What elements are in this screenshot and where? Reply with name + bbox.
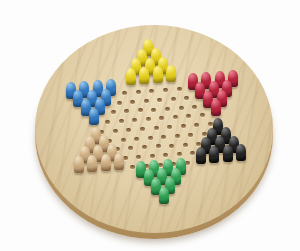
hole-empty[interactable] [134, 137, 139, 141]
hole-empty[interactable] [194, 123, 199, 127]
hole-empty[interactable] [150, 154, 155, 158]
hole-empty[interactable] [167, 125, 172, 129]
hole-empty[interactable] [126, 128, 131, 132]
hole-empty[interactable] [149, 89, 154, 93]
hole-empty[interactable] [124, 109, 129, 113]
hole-empty[interactable] [136, 155, 141, 159]
peg-natural[interactable] [74, 156, 84, 173]
hole-empty[interactable] [192, 105, 197, 109]
hole-empty[interactable] [130, 165, 135, 169]
hole-empty[interactable] [119, 119, 124, 123]
hole-empty[interactable] [190, 151, 195, 155]
hole-empty[interactable] [154, 126, 159, 130]
hole-empty[interactable] [136, 90, 141, 94]
hole-empty[interactable] [186, 114, 191, 118]
hole-empty[interactable] [175, 134, 180, 138]
hole-empty[interactable] [165, 107, 170, 111]
hole-empty[interactable] [181, 124, 186, 128]
hole-empty[interactable] [148, 136, 153, 140]
peg-black[interactable] [196, 147, 206, 164]
hole-empty[interactable] [156, 144, 161, 148]
hole-empty[interactable] [179, 106, 184, 110]
hole-empty[interactable] [138, 108, 143, 112]
hole-empty[interactable] [121, 138, 126, 142]
hole-empty[interactable] [113, 129, 118, 133]
hole-empty[interactable] [117, 101, 122, 105]
peg-yellow[interactable] [153, 66, 163, 83]
peg-red[interactable] [211, 99, 221, 116]
peg-black[interactable] [223, 145, 233, 162]
peg-blue[interactable] [89, 108, 99, 125]
hole-empty[interactable] [151, 108, 156, 112]
hole-empty[interactable] [169, 144, 174, 148]
peg-natural[interactable] [87, 155, 97, 172]
peg-natural[interactable] [101, 154, 111, 171]
hole-empty[interactable] [177, 87, 182, 91]
peg-green[interactable] [159, 187, 169, 204]
hole-empty[interactable] [184, 96, 189, 100]
hole-empty[interactable] [171, 97, 176, 101]
hole-empty[interactable] [202, 132, 207, 136]
hole-empty[interactable] [161, 135, 166, 139]
hole-empty[interactable] [183, 143, 188, 147]
hole-empty[interactable] [188, 133, 193, 137]
hole-empty[interactable] [163, 153, 168, 157]
peg-yellow[interactable] [166, 65, 176, 82]
hole-empty[interactable] [208, 122, 213, 126]
peg-natural[interactable] [114, 153, 124, 170]
peg-yellow[interactable] [139, 67, 149, 84]
hole-empty[interactable] [122, 91, 127, 95]
scene [0, 0, 300, 251]
hole-empty[interactable] [142, 145, 147, 149]
hole-empty[interactable] [196, 142, 201, 146]
peg-black[interactable] [236, 144, 246, 161]
hole-empty[interactable] [144, 99, 149, 103]
hole-empty[interactable] [111, 110, 116, 114]
hole-empty[interactable] [132, 118, 137, 122]
hole-empty[interactable] [105, 120, 110, 124]
hole-empty[interactable] [177, 152, 182, 156]
hole-empty[interactable] [130, 100, 135, 104]
hole-empty[interactable] [157, 98, 162, 102]
peg-yellow[interactable] [126, 68, 136, 85]
peg-grid [0, 0, 300, 251]
hole-empty[interactable] [128, 146, 133, 150]
hole-empty[interactable] [173, 115, 178, 119]
peg-black[interactable] [209, 146, 219, 163]
hole-empty[interactable] [200, 113, 205, 117]
hole-empty[interactable] [146, 117, 151, 121]
hole-empty[interactable] [163, 88, 168, 92]
hole-empty[interactable] [159, 116, 164, 120]
hole-empty[interactable] [140, 127, 145, 131]
